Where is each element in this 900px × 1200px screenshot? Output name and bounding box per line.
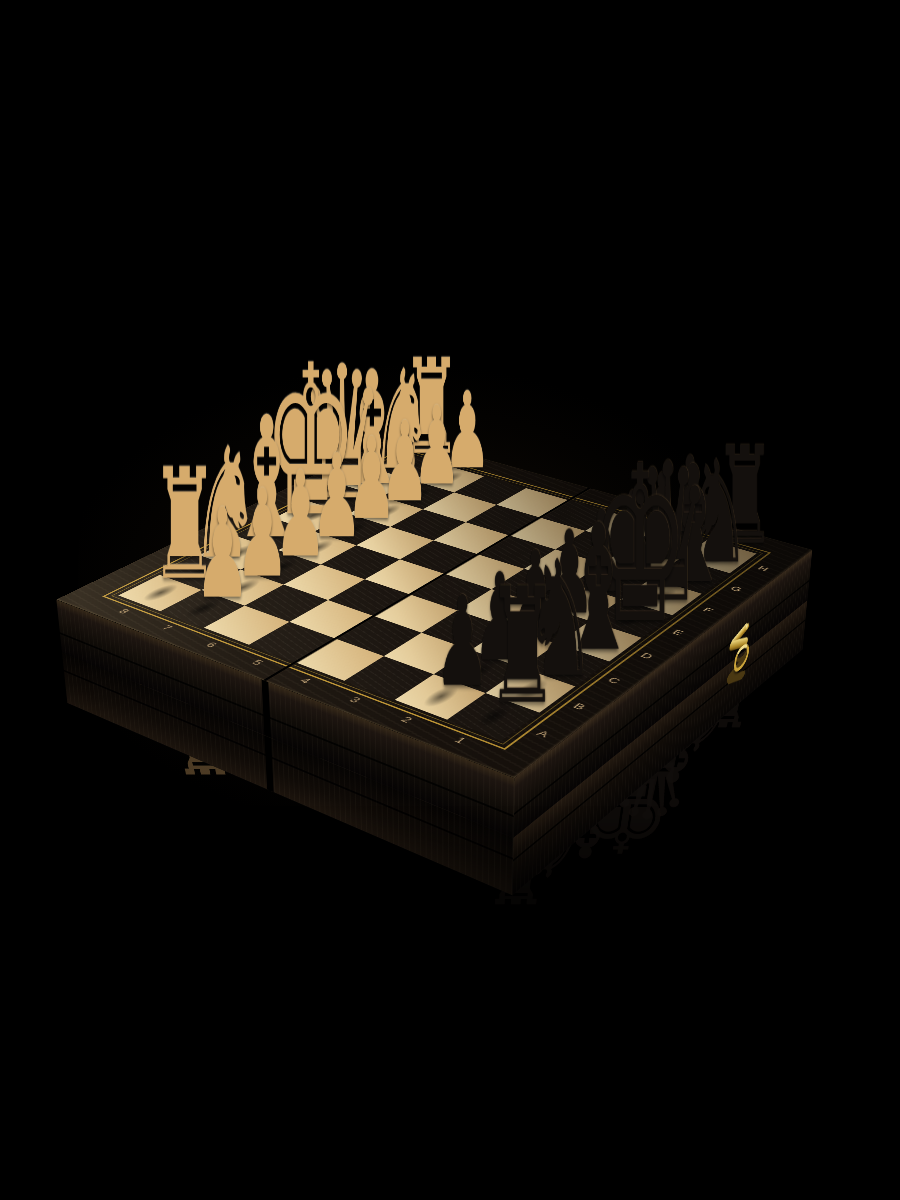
scene: 12345678ABCDEFGH <box>0 0 900 1200</box>
photo-canvas: 12345678ABCDEFGH <box>0 0 900 1200</box>
chess-box: 12345678ABCDEFGH <box>56 435 812 778</box>
pawn-glyph: ♟ <box>170 492 275 616</box>
rook-glyph: ♜ <box>463 567 580 727</box>
fold-seam-side <box>262 679 271 738</box>
fold-seam-side <box>264 735 273 792</box>
